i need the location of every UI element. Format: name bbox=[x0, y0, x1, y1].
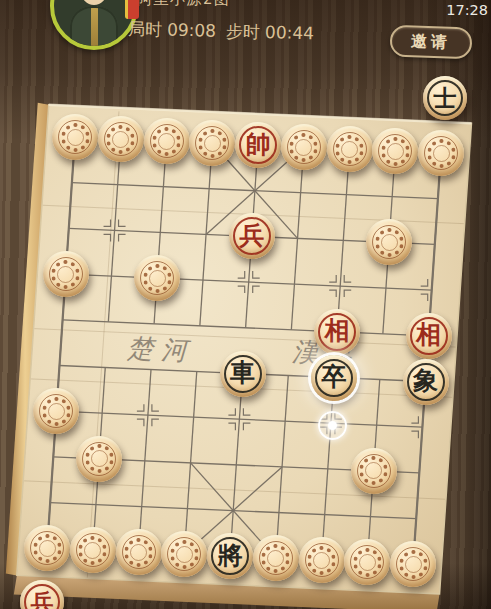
room-title: 阿里小源2图 bbox=[137, 0, 231, 9]
avatar-image bbox=[54, 0, 134, 46]
hidden-piece-r0c5[interactable] bbox=[281, 124, 327, 170]
piece-glyph: 象 bbox=[413, 368, 438, 393]
piece-glyph: 卒 bbox=[322, 364, 347, 389]
piece-back-pattern bbox=[30, 531, 64, 565]
xiangqi-board[interactable]: 楚河漢界 bbox=[0, 0, 491, 609]
hidden-piece-r0c0[interactable] bbox=[52, 114, 98, 160]
hidden-piece-r0c3[interactable] bbox=[189, 120, 235, 166]
piece-glyph: 士 bbox=[434, 86, 457, 109]
piece-back-pattern bbox=[82, 442, 116, 476]
hidden-piece-r9c6[interactable] bbox=[299, 537, 345, 583]
game-screen: 楚河漢界 帥兵相相車卒象將 阿里小源2图 局时09:08步时00:44 17:2… bbox=[0, 0, 491, 609]
piece-相-r4c6[interactable]: 相 bbox=[314, 309, 360, 355]
player-badge-icon bbox=[125, 0, 139, 19]
move-time-label: 步时 bbox=[226, 21, 261, 42]
hidden-piece-r0c2[interactable] bbox=[144, 118, 190, 164]
piece-glyph: 兵 bbox=[31, 590, 54, 609]
piece-卒-r5c6[interactable]: 卒 bbox=[311, 355, 357, 401]
piece-back-pattern bbox=[150, 124, 184, 158]
hidden-piece-r0c7[interactable] bbox=[372, 128, 418, 174]
piece-back-pattern bbox=[396, 547, 430, 581]
hidden-piece-r0c1[interactable] bbox=[98, 116, 144, 162]
piece-back-pattern bbox=[49, 257, 83, 291]
hidden-piece-r9c5[interactable] bbox=[253, 535, 299, 581]
captured-piece-士: 士 bbox=[423, 76, 467, 120]
piece-back-pattern bbox=[287, 130, 321, 164]
piece-glyph: 帥 bbox=[246, 132, 271, 157]
piece-象-r5c8[interactable]: 象 bbox=[403, 359, 449, 405]
piece-back-pattern bbox=[350, 545, 384, 579]
piece-back-pattern bbox=[195, 126, 229, 160]
piece-back-pattern bbox=[305, 543, 339, 577]
piece-back-pattern bbox=[372, 225, 406, 259]
piece-back-pattern bbox=[167, 537, 201, 571]
game-time-label: 局时 bbox=[128, 18, 163, 39]
hidden-piece-r0c8[interactable] bbox=[418, 130, 464, 176]
hidden-piece-r0c6[interactable] bbox=[327, 126, 373, 172]
piece-glyph: 相 bbox=[416, 322, 441, 347]
piece-back-pattern bbox=[122, 535, 156, 569]
game-time-value: 09:08 bbox=[167, 19, 217, 40]
piece-back-pattern bbox=[104, 122, 138, 156]
piece-back-pattern bbox=[378, 134, 412, 168]
piece-glyph: 相 bbox=[325, 318, 350, 343]
piece-back-pattern bbox=[424, 136, 458, 170]
piece-back-pattern bbox=[140, 261, 174, 295]
invite-button[interactable]: 邀请 bbox=[389, 25, 472, 60]
move-time-value: 00:44 bbox=[265, 22, 315, 43]
hidden-piece-r9c2[interactable] bbox=[116, 529, 162, 575]
hidden-piece-r3c2[interactable] bbox=[134, 255, 180, 301]
piece-相-r4c8[interactable]: 相 bbox=[406, 313, 452, 359]
piece-glyph: 車 bbox=[230, 360, 255, 385]
piece-back-pattern bbox=[39, 394, 73, 428]
hidden-piece-r9c1[interactable] bbox=[70, 527, 116, 573]
hidden-piece-r7c1[interactable] bbox=[76, 436, 122, 482]
piece-back-pattern bbox=[76, 533, 110, 567]
last-move-origin-marker bbox=[318, 411, 347, 440]
hidden-piece-r7c7[interactable] bbox=[351, 448, 397, 494]
piece-back-pattern bbox=[357, 454, 391, 488]
piece-兵-r2c4[interactable]: 兵 bbox=[229, 213, 275, 259]
piece-back-pattern bbox=[58, 120, 92, 154]
piece-帥-r0c4[interactable]: 帥 bbox=[235, 122, 281, 168]
piece-back-pattern bbox=[259, 541, 293, 575]
piece-glyph: 將 bbox=[218, 543, 243, 568]
system-clock: 17:28 bbox=[446, 2, 488, 18]
river-label-left: 楚河 bbox=[126, 333, 195, 366]
hidden-piece-r3c0[interactable] bbox=[43, 251, 89, 297]
invite-label: 邀请 bbox=[411, 31, 452, 53]
piece-車-r5c4[interactable]: 車 bbox=[220, 351, 266, 397]
piece-back-pattern bbox=[333, 132, 367, 166]
piece-glyph: 兵 bbox=[239, 223, 264, 248]
